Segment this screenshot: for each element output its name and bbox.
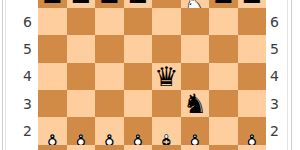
square-c1: ♝♗ <box>95 145 124 150</box>
square-c3 <box>95 90 124 117</box>
square-f5 <box>181 35 210 62</box>
rank-label-right-6: 6 <box>270 13 290 31</box>
square-e7 <box>152 0 181 8</box>
rank-label-left-5: 5 <box>0 40 32 58</box>
square-f2: ♟♙ <box>181 117 210 144</box>
square-h2: ♟♙ <box>238 117 267 144</box>
piece-black-queen: ♛ <box>152 63 181 90</box>
piece-black-pawn: ♟ <box>38 0 67 8</box>
square-a6 <box>38 8 67 35</box>
rank-label-right-3: 3 <box>270 95 290 113</box>
square-h7: ♟ <box>238 0 267 8</box>
square-h6 <box>238 8 267 35</box>
square-c2: ♟♙ <box>95 117 124 144</box>
square-d2: ♟♙ <box>124 117 153 144</box>
square-e2: ♝♗ <box>152 117 181 144</box>
square-d5 <box>124 35 153 62</box>
rank-label-right-5: 5 <box>270 40 290 58</box>
square-b5 <box>67 35 96 62</box>
square-g5 <box>209 35 238 62</box>
piece-black-knight: ♞ <box>181 90 210 117</box>
square-c7: ♟ <box>95 0 124 8</box>
square-g2 <box>209 117 238 144</box>
square-f3: ♞ <box>181 90 210 117</box>
square-h5 <box>238 35 267 62</box>
rank-label-left-4: 4 <box>0 67 32 85</box>
square-d7: ♟ <box>124 0 153 8</box>
square-a2: ♟♙ <box>38 117 67 144</box>
rank-label-right-4: 4 <box>270 67 290 85</box>
rank-label-left-6: 6 <box>0 13 32 31</box>
square-b2: ♟♙ <box>67 117 96 144</box>
square-d1: ♛♕ <box>124 145 153 150</box>
square-h4 <box>238 63 267 90</box>
square-e1: ♚♔ <box>152 145 181 150</box>
square-e6 <box>152 8 181 35</box>
square-g1 <box>209 145 238 150</box>
chess-diagram: ♜♝♚♝♞♜♟♟♟♟♞♘♟♟♛♞♟♙♟♙♟♙♟♙♝♗♟♙♟♙♜♖♞♘♝♗♛♕♚♔… <box>0 0 300 150</box>
square-g4 <box>209 63 238 90</box>
square-f1: ♜♖ <box>181 145 210 150</box>
rank-label-right-2: 2 <box>270 122 290 140</box>
piece-black-pawn: ♟ <box>238 0 267 8</box>
square-a4 <box>38 63 67 90</box>
square-g6 <box>209 8 238 35</box>
square-e5 <box>152 35 181 62</box>
piece-black-pawn: ♟ <box>209 0 238 8</box>
square-g7: ♟ <box>209 0 238 8</box>
square-f6 <box>181 8 210 35</box>
piece-black-pawn: ♟ <box>124 0 153 8</box>
square-b3 <box>67 90 96 117</box>
square-d3 <box>124 90 153 117</box>
right-outer-border-line <box>291 0 292 150</box>
square-a3 <box>38 90 67 117</box>
piece-black-pawn: ♟ <box>67 0 96 8</box>
square-b4 <box>67 63 96 90</box>
square-a1: ♜♖ <box>38 145 67 150</box>
square-b1: ♞♘ <box>67 145 96 150</box>
chess-board: ♜♝♚♝♞♜♟♟♟♟♞♘♟♟♛♞♟♙♟♙♟♙♟♙♝♗♟♙♟♙♜♖♞♘♝♗♛♕♚♔… <box>38 0 266 150</box>
square-f4 <box>181 63 210 90</box>
rank-label-left-2: 2 <box>0 122 32 140</box>
square-a7: ♟ <box>38 0 67 8</box>
square-h1 <box>238 145 267 150</box>
rank-label-left-3: 3 <box>0 95 32 113</box>
square-g3 <box>209 90 238 117</box>
piece-black-pawn: ♟ <box>95 0 124 8</box>
square-c6 <box>95 8 124 35</box>
square-b7: ♟ <box>67 0 96 8</box>
square-d4 <box>124 63 153 90</box>
square-b6 <box>67 8 96 35</box>
square-a5 <box>38 35 67 62</box>
square-e4: ♛ <box>152 63 181 90</box>
square-d6 <box>124 8 153 35</box>
square-f7: ♞♘ <box>181 0 210 8</box>
square-e3 <box>152 90 181 117</box>
square-c5 <box>95 35 124 62</box>
square-c4 <box>95 63 124 90</box>
square-h3 <box>238 90 267 117</box>
